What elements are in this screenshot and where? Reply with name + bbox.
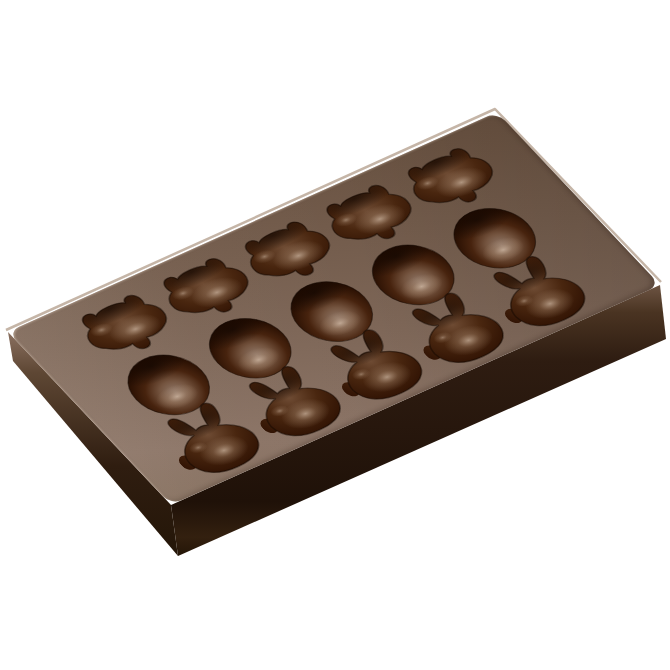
photo-stage — [0, 0, 670, 670]
